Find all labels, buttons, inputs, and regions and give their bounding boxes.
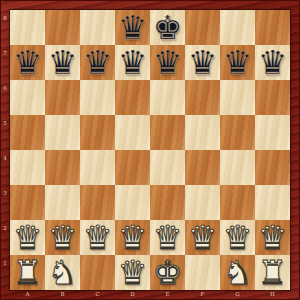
- square-g1[interactable]: ♞: [220, 255, 255, 290]
- rank-label-7: 7: [2, 51, 9, 57]
- piece-black-queen: ♛: [223, 46, 253, 79]
- piece-white-knight: ♞: [223, 256, 253, 289]
- file-label-d: D: [130, 292, 134, 298]
- rank-label-4: 4: [2, 156, 9, 162]
- square-d2[interactable]: ♛: [115, 220, 150, 255]
- square-c7[interactable]: ♛: [80, 45, 115, 80]
- piece-white-queen: ♛: [83, 221, 113, 254]
- square-c8[interactable]: [80, 10, 115, 45]
- square-g5[interactable]: [220, 115, 255, 150]
- rank-label-5: 5: [2, 121, 9, 127]
- square-e3[interactable]: [150, 185, 185, 220]
- square-e5[interactable]: [150, 115, 185, 150]
- square-h3[interactable]: [255, 185, 290, 220]
- square-b5[interactable]: [45, 115, 80, 150]
- rank-label-3: 3: [2, 191, 9, 197]
- square-b3[interactable]: [45, 185, 80, 220]
- square-b2[interactable]: ♛: [45, 220, 80, 255]
- square-a8[interactable]: [10, 10, 45, 45]
- piece-white-queen: ♛: [153, 221, 183, 254]
- square-f7[interactable]: ♛: [185, 45, 220, 80]
- chessboard-frame: ♛♚♛♛♛♛♛♛♛♛♛♛♛♛♛♛♛♛♜♞♛♚♞♜ 87654321ABCDEFG…: [0, 0, 300, 300]
- piece-white-queen: ♛: [258, 221, 288, 254]
- square-d3[interactable]: [115, 185, 150, 220]
- square-c2[interactable]: ♛: [80, 220, 115, 255]
- square-h4[interactable]: [255, 150, 290, 185]
- rank-label-1: 1: [2, 261, 9, 267]
- square-b4[interactable]: [45, 150, 80, 185]
- square-h2[interactable]: ♛: [255, 220, 290, 255]
- square-a3[interactable]: [10, 185, 45, 220]
- square-a4[interactable]: [10, 150, 45, 185]
- square-f3[interactable]: [185, 185, 220, 220]
- square-a6[interactable]: [10, 80, 45, 115]
- piece-black-queen: ♛: [118, 46, 148, 79]
- square-b6[interactable]: [45, 80, 80, 115]
- piece-white-rook: ♜: [258, 256, 288, 289]
- piece-white-rook: ♜: [13, 256, 43, 289]
- file-label-a: A: [26, 292, 30, 298]
- file-label-c: C: [95, 292, 99, 298]
- square-d5[interactable]: [115, 115, 150, 150]
- square-a7[interactable]: ♛: [10, 45, 45, 80]
- piece-white-queen: ♛: [118, 221, 148, 254]
- square-f1[interactable]: [185, 255, 220, 290]
- square-g3[interactable]: [220, 185, 255, 220]
- square-a5[interactable]: [10, 115, 45, 150]
- square-e8[interactable]: ♚: [150, 10, 185, 45]
- rank-label-6: 6: [2, 86, 9, 92]
- square-d8[interactable]: ♛: [115, 10, 150, 45]
- square-a2[interactable]: ♛: [10, 220, 45, 255]
- square-b8[interactable]: [45, 10, 80, 45]
- file-label-f: F: [201, 292, 205, 298]
- square-e1[interactable]: ♚: [150, 255, 185, 290]
- rank-label-2: 2: [2, 226, 9, 232]
- rank-label-8: 8: [2, 16, 9, 22]
- square-d1[interactable]: ♛: [115, 255, 150, 290]
- piece-black-queen: ♛: [258, 46, 288, 79]
- file-label-g: G: [235, 292, 239, 298]
- square-f8[interactable]: [185, 10, 220, 45]
- square-c3[interactable]: [80, 185, 115, 220]
- piece-black-queen: ♛: [13, 46, 43, 79]
- square-g8[interactable]: [220, 10, 255, 45]
- square-d6[interactable]: [115, 80, 150, 115]
- square-g2[interactable]: ♛: [220, 220, 255, 255]
- piece-black-queen: ♛: [118, 11, 148, 44]
- square-b7[interactable]: ♛: [45, 45, 80, 80]
- piece-black-queen: ♛: [48, 46, 78, 79]
- square-h1[interactable]: ♜: [255, 255, 290, 290]
- piece-white-queen: ♛: [223, 221, 253, 254]
- square-h7[interactable]: ♛: [255, 45, 290, 80]
- square-f2[interactable]: ♛: [185, 220, 220, 255]
- square-c5[interactable]: [80, 115, 115, 150]
- square-c6[interactable]: [80, 80, 115, 115]
- piece-black-king: ♚: [153, 11, 183, 44]
- square-d4[interactable]: [115, 150, 150, 185]
- square-f4[interactable]: [185, 150, 220, 185]
- square-b1[interactable]: ♞: [45, 255, 80, 290]
- square-d7[interactable]: ♛: [115, 45, 150, 80]
- square-h5[interactable]: [255, 115, 290, 150]
- square-c4[interactable]: [80, 150, 115, 185]
- square-f6[interactable]: [185, 80, 220, 115]
- square-g7[interactable]: ♛: [220, 45, 255, 80]
- square-e6[interactable]: [150, 80, 185, 115]
- piece-white-queen: ♛: [188, 221, 218, 254]
- piece-white-queen: ♛: [13, 221, 43, 254]
- square-g6[interactable]: [220, 80, 255, 115]
- square-h8[interactable]: [255, 10, 290, 45]
- piece-white-queen: ♛: [118, 256, 148, 289]
- square-e2[interactable]: ♛: [150, 220, 185, 255]
- chessboard: ♛♚♛♛♛♛♛♛♛♛♛♛♛♛♛♛♛♛♜♞♛♚♞♜: [10, 10, 290, 290]
- piece-white-king: ♚: [153, 256, 183, 289]
- square-h6[interactable]: [255, 80, 290, 115]
- square-e7[interactable]: ♛: [150, 45, 185, 80]
- piece-white-queen: ♛: [48, 221, 78, 254]
- square-a1[interactable]: ♜: [10, 255, 45, 290]
- file-label-b: B: [60, 292, 64, 298]
- piece-black-queen: ♛: [83, 46, 113, 79]
- piece-black-queen: ♛: [153, 46, 183, 79]
- square-f5[interactable]: [185, 115, 220, 150]
- file-label-e: E: [165, 292, 169, 298]
- square-c1[interactable]: [80, 255, 115, 290]
- piece-black-queen: ♛: [188, 46, 218, 79]
- piece-white-knight: ♞: [48, 256, 78, 289]
- file-label-h: H: [270, 292, 275, 298]
- square-e4[interactable]: [150, 150, 185, 185]
- square-g4[interactable]: [220, 150, 255, 185]
